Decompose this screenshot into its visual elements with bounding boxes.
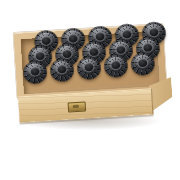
collet bbox=[50, 58, 75, 82]
collet bbox=[23, 61, 48, 85]
collet bbox=[131, 52, 156, 76]
collet-grid bbox=[21, 23, 161, 95]
photo-canvas bbox=[0, 0, 180, 180]
collet-box bbox=[13, 24, 169, 129]
collet bbox=[77, 56, 102, 80]
latch bbox=[68, 101, 87, 112]
collet bbox=[104, 54, 129, 78]
